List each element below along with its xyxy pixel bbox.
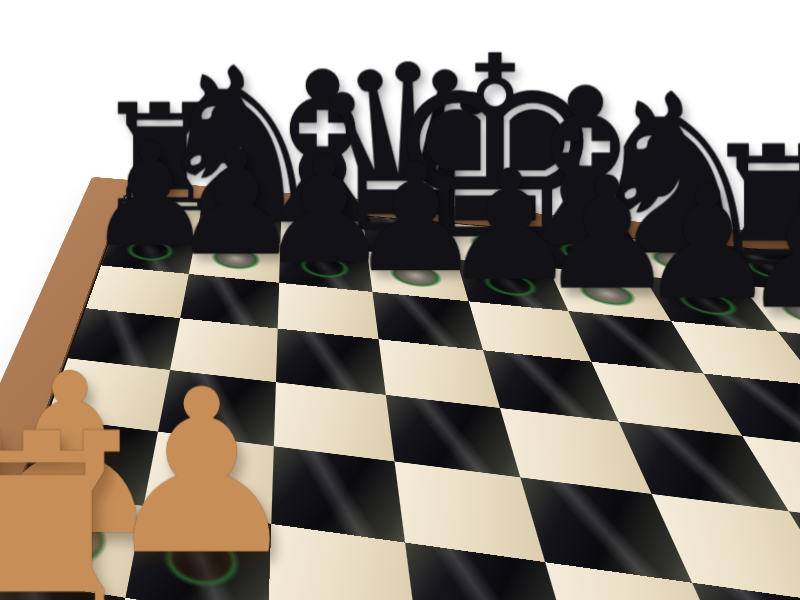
square-e5[interactable] bbox=[483, 350, 619, 421]
board-frame: ♜♞♝♛♚♝♞♜♟♟♟♟♟♟♟♟♟♟♜ bbox=[0, 177, 800, 600]
square-a1[interactable]: ♜ bbox=[0, 577, 126, 600]
chess-set-photo: ♜♞♝♛♚♝♞♜♟♟♟♟♟♟♟♟♟♟♜ bbox=[0, 0, 800, 600]
square-a6[interactable] bbox=[86, 265, 189, 318]
board-squares: ♜♞♝♛♚♝♞♜♟♟♟♟♟♟♟♟♟♟♜ bbox=[0, 196, 800, 600]
square-d5[interactable] bbox=[379, 339, 500, 408]
